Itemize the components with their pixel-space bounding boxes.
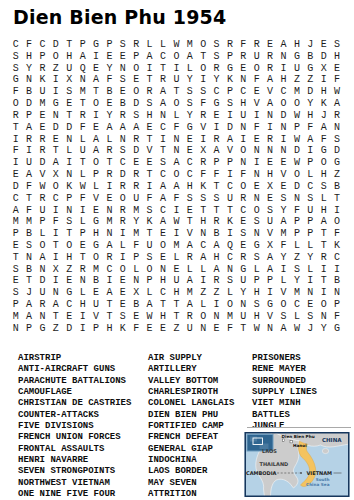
grid-cell-r17c11: T: [147, 229, 153, 239]
grid-cell-r10c1: F: [13, 146, 19, 156]
grid-cell-r8c5: D: [66, 123, 72, 133]
grid-cell-r22c1: S: [13, 288, 19, 298]
grid-cell-r7c25: R: [334, 111, 340, 121]
word-list-item: FORTIFIED CAMP: [148, 421, 234, 432]
grid-cell-r24c11: W: [147, 312, 153, 322]
grid-cell-r24c12: H: [160, 312, 166, 322]
grid-cell-r24c3: N: [39, 312, 45, 322]
grid-cell-r12c22: O: [294, 170, 300, 180]
grid-cell-r13c17: C: [227, 182, 233, 192]
grid-cell-r13c6: W: [80, 182, 86, 192]
grid-cell-r1c6: P: [80, 40, 86, 50]
map-label-thailand: THAILAND: [260, 461, 289, 467]
grid-cell-r12c5: N: [66, 170, 72, 180]
grid-cell-r18c14: A: [187, 241, 193, 251]
grid-cell-r24c25: F: [334, 312, 340, 322]
grid-cell-r16c24: A: [321, 217, 327, 227]
grid-cell-r15c13: I: [173, 206, 179, 216]
grid-cell-r10c8: R: [106, 146, 112, 156]
grid-cell-r5c24: H: [321, 87, 327, 97]
grid-cell-r12c4: X: [53, 170, 59, 180]
grid-cell-r24c5: E: [66, 312, 72, 322]
grid-cell-r3c9: N: [120, 64, 126, 74]
grid-cell-r2c9: E: [120, 52, 126, 62]
grid-cell-r8c19: F: [254, 123, 260, 133]
grid-cell-r6c18: H: [240, 99, 246, 109]
grid-cell-r19c20: A: [267, 253, 273, 263]
grid-cell-r9c14: E: [187, 135, 193, 145]
grid-cell-r8c8: A: [106, 123, 112, 133]
grid-cell-r10c6: U: [80, 146, 86, 156]
grid-cell-r13c7: L: [93, 182, 99, 192]
grid-cell-r4c4: I: [53, 75, 59, 85]
grid-cell-r4c13: U: [173, 75, 179, 85]
grid-cell-r17c7: H: [93, 229, 99, 239]
grid-cell-r24c6: I: [80, 312, 86, 322]
grid-cell-r23c16: I: [214, 300, 220, 310]
grid-cell-r11c16: P: [214, 158, 220, 168]
grid-cell-r15c22: F: [294, 206, 300, 216]
grid-cell-r9c19: E: [254, 135, 260, 145]
grid-cell-r3c6: Q: [80, 64, 86, 74]
grid-cell-r1c22: H: [294, 40, 300, 50]
grid-cell-r17c3: L: [39, 229, 45, 239]
grid-cell-r11c4: A: [53, 158, 59, 168]
grid-cell-r15c7: E: [93, 206, 99, 216]
grid-cell-r21c18: U: [240, 276, 246, 286]
grid-cell-r2c17: P: [227, 52, 233, 62]
grid-cell-r4c6: N: [80, 75, 86, 85]
grid-cell-r7c19: I: [254, 111, 260, 121]
grid-cell-r20c23: L: [307, 265, 313, 275]
grid-cell-r1c12: L: [160, 40, 166, 50]
grid-cell-r11c21: E: [281, 158, 287, 168]
grid-cell-r18c1: E: [13, 241, 19, 251]
grid-cell-r17c14: V: [187, 229, 193, 239]
map-label-dien-bien-phu: Dien Bien Phu: [282, 434, 315, 439]
grid-cell-r25c6: I: [80, 324, 86, 334]
grid-cell-r25c24: Y: [321, 324, 327, 334]
grid-cell-r21c5: E: [66, 276, 72, 286]
grid-cell-r11c8: T: [106, 158, 112, 168]
grid-cell-r11c14: C: [187, 158, 193, 168]
grid-cell-r11c2: U: [26, 158, 32, 168]
grid-cell-r14c5: P: [66, 194, 72, 204]
grid-cell-r10c11: V: [147, 146, 153, 156]
grid-cell-r5c15: S: [200, 87, 206, 97]
grid-cell-r20c5: Z: [66, 265, 72, 275]
word-list-item: SEVEN STRONGPOINTS: [18, 466, 131, 477]
grid-cell-r9c3: R: [39, 135, 45, 145]
grid-cell-r25c12: E: [160, 324, 166, 334]
grid-cell-r23c10: B: [133, 300, 139, 310]
grid-cell-r16c12: A: [160, 217, 166, 227]
grid-cell-r21c3: D: [39, 276, 45, 286]
grid-cell-r24c15: O: [200, 312, 206, 322]
grid-cell-r17c12: E: [160, 229, 166, 239]
grid-cell-r23c25: P: [334, 300, 340, 310]
grid-cell-r17c18: S: [240, 229, 246, 239]
word-list-item: VIET MINH: [252, 398, 317, 409]
grid-cell-r8c9: A: [120, 123, 126, 133]
grid-cell-r13c22: D: [294, 182, 300, 192]
grid-cell-r25c13: Z: [173, 324, 179, 334]
grid-cell-r16c23: P: [307, 217, 313, 227]
grid-cell-r1c11: L: [147, 40, 153, 50]
grid-cell-r14c11: F: [147, 194, 153, 204]
grid-cell-r19c4: I: [53, 253, 59, 263]
map-label-south-china-sea-2: China Sea: [306, 482, 330, 487]
grid-cell-r4c20: A: [267, 75, 273, 85]
grid-cell-r16c6: L: [80, 217, 86, 227]
grid-cell-r25c20: N: [267, 324, 273, 334]
grid-cell-r16c21: A: [281, 217, 287, 227]
grid-cell-r7c9: R: [120, 111, 126, 121]
grid-cell-r24c21: S: [281, 312, 287, 322]
grid-cell-r11c18: N: [240, 158, 246, 168]
grid-cell-r1c9: S: [120, 40, 126, 50]
grid-cell-r22c21: V: [281, 288, 287, 298]
grid-cell-r14c4: C: [53, 194, 59, 204]
word-list-item: ANTI-AIRCRAFT GUNS: [18, 364, 131, 375]
word-list-item: FRONTAL ASSAULTS: [18, 444, 131, 455]
grid-cell-r6c14: S: [187, 99, 193, 109]
grid-cell-r18c13: M: [173, 241, 179, 251]
grid-cell-r19c2: N: [26, 253, 32, 263]
grid-cell-r15c20: S: [267, 206, 273, 216]
grid-cell-r7c20: N: [267, 111, 273, 121]
grid-cell-r22c23: N: [307, 288, 313, 298]
grid-cell-r20c13: E: [173, 265, 179, 275]
grid-cell-r4c22: Z: [294, 75, 300, 85]
grid-cell-r8c7: E: [93, 123, 99, 133]
grid-cell-r5c16: C: [214, 87, 220, 97]
grid-cell-r21c8: I: [106, 276, 112, 286]
grid-cell-r16c17: K: [227, 217, 233, 227]
grid-cell-r18c12: O: [160, 241, 166, 251]
grid-cell-r8c4: D: [53, 123, 59, 133]
grid-cell-r10c14: E: [187, 146, 193, 156]
grid-cell-r14c12: A: [160, 194, 166, 204]
grid-cell-r14c3: R: [39, 194, 45, 204]
word-list-item: COLONEL LANGLAIS: [148, 398, 234, 409]
grid-cell-r15c1: A: [13, 206, 19, 216]
grid-cell-r18c2: S: [26, 241, 32, 251]
grid-cell-r7c21: D: [281, 111, 287, 121]
grid-cell-r12c14: C: [187, 170, 193, 180]
grid-cell-r16c15: H: [200, 217, 206, 227]
grid-cell-r7c12: N: [160, 111, 166, 121]
grid-cell-r11c17: P: [227, 158, 233, 168]
grid-cell-r13c16: T: [214, 182, 220, 192]
grid-cell-r23c17: O: [227, 300, 233, 310]
grid-cell-r19c5: H: [66, 253, 72, 263]
grid-cell-r15c10: M: [133, 206, 139, 216]
grid-cell-r4c7: A: [93, 75, 99, 85]
grid-cell-r7c6: R: [80, 111, 86, 121]
grid-cell-r20c2: B: [26, 265, 32, 275]
word-list-item: PARACHUTE BATTALIONS: [18, 376, 131, 387]
grid-cell-r9c18: I: [240, 135, 246, 145]
grid-cell-r18c10: F: [133, 241, 139, 251]
grid-cell-r3c7: E: [93, 64, 99, 74]
grid-cell-r11c24: O: [321, 158, 327, 168]
grid-cell-r10c10: D: [133, 146, 139, 156]
grid-cell-r6c16: G: [214, 99, 220, 109]
grid-cell-r13c18: O: [240, 182, 246, 192]
grid-cell-r1c17: R: [227, 40, 233, 50]
grid-cell-r10c22: D: [294, 146, 300, 156]
grid-cell-r6c4: G: [53, 99, 59, 109]
grid-cell-r3c24: X: [321, 64, 327, 74]
grid-cell-r3c14: L: [187, 64, 193, 74]
grid-cell-r19c6: T: [80, 253, 86, 263]
grid-cell-r18c3: O: [39, 241, 45, 251]
grid-cell-r15c2: F: [26, 206, 32, 216]
grid-cell-r20c4: X: [53, 265, 59, 275]
grid-cell-r7c5: T: [66, 111, 72, 121]
grid-cell-r2c10: P: [133, 52, 139, 62]
grid-cell-r3c1: S: [13, 64, 19, 74]
grid-cell-r20c20: A: [267, 265, 273, 275]
grid-cell-r24c13: T: [173, 312, 179, 322]
locator-map: CHINA Dien Bien Phu Hanoi LAOS THAILAND …: [244, 432, 350, 497]
grid-cell-r3c22: U: [294, 64, 300, 74]
grid-cell-r25c11: E: [147, 324, 153, 334]
grid-cell-r24c9: S: [120, 312, 126, 322]
grid-cell-r22c12: C: [160, 288, 166, 298]
worksheet-page: Dien Bien Phu 1954 CFCDTPGPSRLLWMOSRFREA…: [0, 0, 354, 500]
grid-cell-r20c14: L: [187, 265, 193, 275]
grid-cell-r24c18: U: [240, 312, 246, 322]
grid-cell-r21c1: E: [13, 276, 19, 286]
grid-cell-r21c9: E: [120, 276, 126, 286]
grid-cell-r25c18: T: [240, 324, 246, 334]
grid-cell-r17c1: P: [13, 229, 19, 239]
word-list-item: ONE NINE FIVE FOUR: [18, 489, 131, 500]
grid-cell-r11c1: I: [13, 158, 19, 168]
grid-cell-r18c21: F: [281, 241, 287, 251]
grid-cell-r16c10: Y: [133, 217, 139, 227]
grid-cell-r5c18: C: [240, 87, 246, 97]
grid-cell-r8c20: I: [267, 123, 273, 133]
grid-cell-r6c10: D: [133, 99, 139, 109]
grid-cell-r3c18: E: [240, 64, 246, 74]
grid-cell-r25c21: A: [281, 324, 287, 334]
grid-cell-r14c15: S: [200, 194, 206, 204]
grid-cell-r11c9: C: [120, 158, 126, 168]
grid-cell-r18c11: U: [147, 241, 153, 251]
grid-cell-r5c17: P: [227, 87, 233, 97]
word-list-item: INDOCHINA: [148, 455, 234, 466]
grid-cell-r21c2: T: [26, 276, 32, 286]
grid-cell-r2c23: B: [307, 52, 313, 62]
grid-cell-r11c20: E: [267, 158, 273, 168]
grid-cell-r25c7: P: [93, 324, 99, 334]
grid-cell-r19c18: R: [240, 253, 246, 263]
grid-cell-r10c3: R: [39, 146, 45, 156]
grid-cell-r19c15: A: [200, 253, 206, 263]
grid-cell-r10c21: N: [281, 146, 287, 156]
grid-cell-r15c11: S: [147, 206, 153, 216]
grid-cell-r6c5: E: [66, 99, 72, 109]
grid-cell-r20c12: N: [160, 265, 166, 275]
grid-cell-r24c23: S: [307, 312, 313, 322]
grid-cell-r7c14: Y: [187, 111, 193, 121]
grid-cell-r25c3: G: [39, 324, 45, 334]
grid-cell-r22c10: X: [133, 288, 139, 298]
grid-cell-r23c1: P: [13, 300, 19, 310]
grid-cell-r16c8: M: [106, 217, 112, 227]
grid-cell-r5c14: S: [187, 87, 193, 97]
grid-cell-r8c24: A: [321, 123, 327, 133]
map-label-laos: LAOS: [262, 448, 277, 454]
grid-cell-r18c8: A: [106, 241, 112, 251]
grid-cell-r10c15: X: [200, 146, 206, 156]
grid-cell-r4c1: G: [13, 75, 19, 85]
grid-cell-r2c22: G: [294, 52, 300, 62]
grid-cell-r1c13: W: [173, 40, 179, 50]
grid-cell-r6c17: S: [227, 99, 233, 109]
grid-cell-r2c12: C: [160, 52, 166, 62]
grid-cell-r19c1: T: [13, 253, 19, 263]
grid-cell-r18c4: T: [53, 241, 59, 251]
grid-cell-r9c12: I: [160, 135, 166, 145]
grid-cell-r1c10: R: [133, 40, 139, 50]
grid-cell-r9c5: N: [66, 135, 72, 145]
grid-cell-r5c6: M: [80, 87, 86, 97]
grid-cell-r9c6: L: [80, 135, 86, 145]
grid-cell-r3c19: O: [254, 64, 260, 74]
grid-cell-r5c23: D: [307, 87, 313, 97]
grid-cell-r11c10: E: [133, 158, 139, 168]
grid-cell-r21c15: I: [200, 276, 206, 286]
grid-cell-r12c16: F: [214, 170, 220, 180]
grid-cell-r18c17: Q: [227, 241, 233, 251]
word-list-item: GENERAL GIAP: [148, 444, 234, 455]
grid-cell-r12c10: R: [133, 170, 139, 180]
grid-cell-r17c8: N: [106, 229, 112, 239]
grid-cell-r16c25: O: [334, 217, 340, 227]
grid-cell-r9c16: R: [214, 135, 220, 145]
grid-cell-r15c24: H: [321, 206, 327, 216]
grid-cell-r25c25: G: [334, 324, 340, 334]
grid-cell-r4c2: N: [26, 75, 32, 85]
grid-cell-r25c14: U: [187, 324, 193, 334]
grid-cell-r6c25: A: [334, 99, 340, 109]
map-marker-hanoi: [290, 441, 292, 443]
grid-cell-r4c11: T: [147, 75, 153, 85]
grid-cell-r24c16: N: [214, 312, 220, 322]
grid-cell-r2c24: D: [321, 52, 327, 62]
grid-cell-r14c25: T: [334, 194, 340, 204]
grid-cell-r8c13: F: [173, 123, 179, 133]
grid-cell-r13c5: K: [66, 182, 72, 192]
grid-cell-r8c25: N: [334, 123, 340, 133]
grid-cell-r19c3: A: [39, 253, 45, 263]
grid-cell-r1c8: P: [106, 40, 112, 50]
grid-cell-r8c12: C: [160, 123, 166, 133]
grid-cell-r1c16: S: [214, 40, 220, 50]
grid-cell-r23c13: T: [173, 300, 179, 310]
grid-cell-r1c15: O: [200, 40, 206, 50]
grid-cell-r15c3: U: [39, 206, 45, 216]
grid-cell-r22c17: L: [227, 288, 233, 298]
grid-cell-r21c21: L: [281, 276, 287, 286]
grid-cell-r5c20: V: [267, 87, 273, 97]
grid-cell-r17c24: T: [321, 229, 327, 239]
grid-cell-r7c18: U: [240, 111, 246, 121]
grid-cell-r12c18: F: [240, 170, 246, 180]
grid-cell-r4c12: R: [160, 75, 166, 85]
grid-cell-r14c16: S: [214, 194, 220, 204]
grid-cell-r25c17: F: [227, 324, 233, 334]
grid-cell-r11c12: S: [160, 158, 166, 168]
grid-cell-r12c3: V: [39, 170, 45, 180]
grid-cell-r2c11: A: [147, 52, 153, 62]
grid-cell-r4c23: Z: [307, 75, 313, 85]
grid-cell-r5c5: S: [66, 87, 72, 97]
grid-cell-r24c24: N: [321, 312, 327, 322]
grid-cell-r3c13: I: [173, 64, 179, 74]
grid-cell-r3c3: R: [39, 64, 45, 74]
word-list-item: FRENCH UNION FORCES: [18, 432, 131, 443]
grid-cell-r22c15: Z: [200, 288, 206, 298]
grid-cell-r6c8: E: [106, 99, 112, 109]
grid-cell-r22c9: E: [120, 288, 126, 298]
grid-cell-r24c19: H: [254, 312, 260, 322]
grid-cell-r10c5: L: [66, 146, 72, 156]
grid-cell-r21c17: S: [227, 276, 233, 286]
grid-cell-r20c6: R: [80, 265, 86, 275]
grid-cell-r19c11: S: [147, 253, 153, 263]
word-list-item: PRISONERS: [252, 353, 317, 364]
grid-cell-r14c8: E: [106, 194, 112, 204]
grid-cell-r12c6: L: [80, 170, 86, 180]
grid-cell-r23c12: T: [160, 300, 166, 310]
grid-cell-r20c19: L: [254, 265, 260, 275]
grid-cell-r23c4: A: [53, 300, 59, 310]
grid-cell-r2c14: A: [187, 52, 193, 62]
grid-cell-r14c22: N: [294, 194, 300, 204]
grid-cell-r14c13: F: [173, 194, 179, 204]
grid-cell-r13c15: K: [200, 182, 206, 192]
grid-cell-r23c19: S: [254, 300, 260, 310]
grid-cell-r10c17: V: [227, 146, 233, 156]
grid-cell-r18c24: T: [321, 241, 327, 251]
grid-cell-r17c17: I: [227, 229, 233, 239]
grid-cell-r20c3: N: [39, 265, 45, 275]
grid-cell-r3c23: G: [307, 64, 313, 74]
grid-cell-r22c18: Y: [240, 288, 246, 298]
grid-cell-r13c24: S: [321, 182, 327, 192]
grid-cell-r20c1: S: [13, 265, 19, 275]
grid-cell-r10c9: S: [120, 146, 126, 156]
grid-cell-r18c9: L: [120, 241, 126, 251]
grid-cell-r3c17: G: [227, 64, 233, 74]
grid-cell-r11c22: W: [294, 158, 300, 168]
grid-cell-r10c19: N: [254, 146, 260, 156]
grid-cell-r9c15: I: [200, 135, 206, 145]
grid-cell-r12c2: A: [26, 170, 32, 180]
grid-cell-r7c16: E: [214, 111, 220, 121]
grid-cell-r22c2: J: [26, 288, 32, 298]
map-label-hanoi: Hanoi: [293, 443, 307, 448]
grid-cell-r6c2: D: [26, 99, 32, 109]
grid-cell-r16c3: P: [39, 217, 45, 227]
grid-cell-r21c10: N: [133, 276, 139, 286]
grid-cell-r24c17: M: [227, 312, 233, 322]
